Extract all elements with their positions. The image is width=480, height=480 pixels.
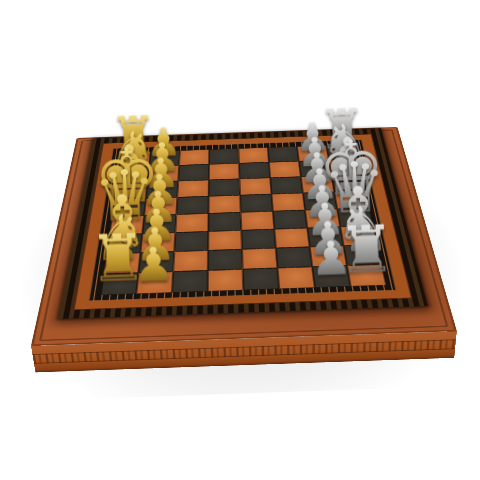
square-g5 xyxy=(239,162,270,179)
square-c4 xyxy=(208,230,242,250)
square-c5 xyxy=(241,229,276,249)
square-b5 xyxy=(242,248,277,269)
square-g3 xyxy=(178,164,209,181)
square-h5 xyxy=(238,147,268,163)
square-a6 xyxy=(277,267,314,289)
leather-border-band: ♜♞♝♛♚♝♞♜♟♟♟♟♟♟♟♟♟♟♟♟♟♟♟♟♜♞♝♛♚♝♞♜ xyxy=(74,134,412,310)
square-g4 xyxy=(209,163,240,180)
square-e4 xyxy=(209,195,241,213)
board-box: ♜♞♝♛♚♝♞♜♟♟♟♟♟♟♟♟♟♟♟♟♟♟♟♟♜♞♝♛♚♝♞♜ xyxy=(31,127,457,346)
square-b6 xyxy=(276,247,312,268)
square-f6 xyxy=(270,177,303,194)
square-e3 xyxy=(176,196,208,214)
square-e5 xyxy=(240,194,273,212)
square-h3 xyxy=(179,149,209,165)
square-f5 xyxy=(240,178,272,195)
square-d4 xyxy=(208,212,241,231)
square-h4 xyxy=(209,148,239,164)
piece-gold-R-a1: ♜ xyxy=(88,225,148,291)
square-c6 xyxy=(274,228,309,248)
square-f4 xyxy=(209,179,240,196)
square-d6 xyxy=(273,210,307,229)
square-a5 xyxy=(243,268,279,290)
square-b3 xyxy=(173,250,208,271)
square-c3 xyxy=(174,231,208,251)
square-a4 xyxy=(208,269,244,291)
square-d5 xyxy=(241,211,275,230)
board-panel: ♜♞♝♛♚♝♞♜♟♟♟♟♟♟♟♟♟♟♟♟♟♟♟♟♜♞♝♛♚♝♞♜ xyxy=(58,128,428,319)
chess-board: ♜♞♝♛♚♝♞♜♟♟♟♟♟♟♟♟♟♟♟♟♟♟♟♟♜♞♝♛♚♝♞♜ xyxy=(101,144,387,295)
meander-border: ♜♞♝♛♚♝♞♜♟♟♟♟♟♟♟♟♟♟♟♟♟♟♟♟♜♞♝♛♚♝♞♜ xyxy=(88,139,396,300)
square-a3 xyxy=(172,270,208,292)
product-photo: ♜♞♝♛♚♝♞♜♟♟♟♟♟♟♟♟♟♟♟♟♟♟♟♟♜♞♝♛♚♝♞♜ xyxy=(0,0,480,480)
square-d3 xyxy=(175,213,208,232)
square-h6 xyxy=(268,146,299,162)
square-b4 xyxy=(208,249,243,270)
square-f3 xyxy=(177,180,209,197)
square-g6 xyxy=(269,161,301,178)
square-e6 xyxy=(271,193,305,211)
piece-silver-R-a8: ♜ xyxy=(337,216,397,282)
